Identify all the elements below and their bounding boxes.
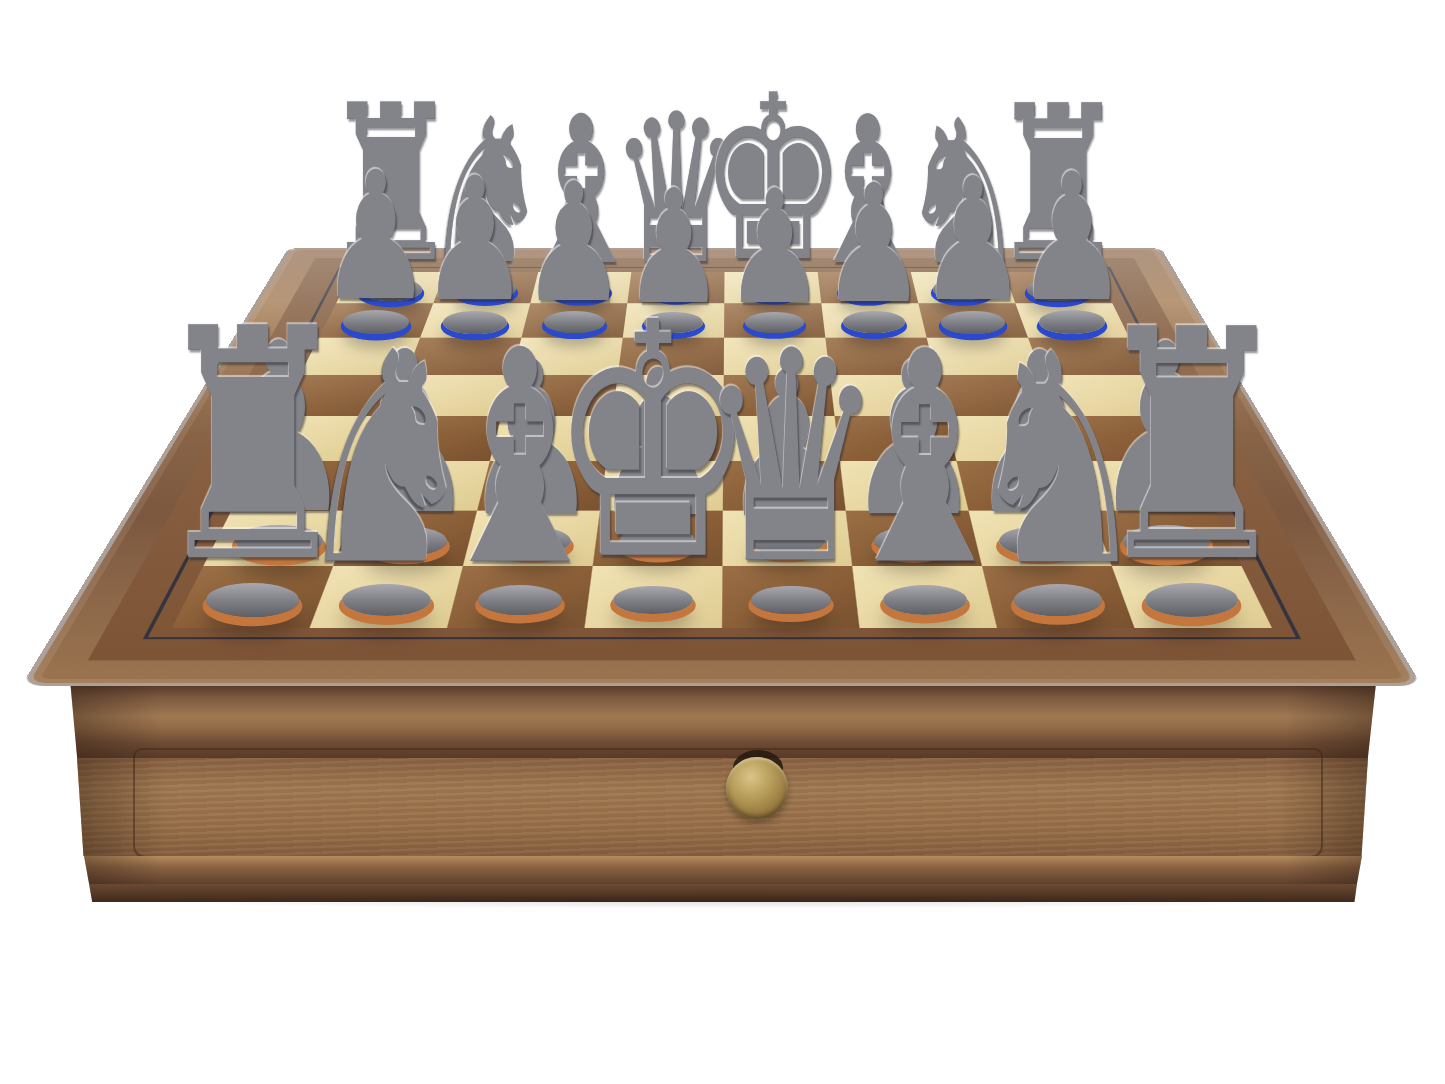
chess-set-photo: ♜♞♝♛♚♝♞♜♟♟♟♟♟♟♟♟♟♟♟♟♟♟♟♟♜♞♝♚♛♝♞♜ bbox=[0, 0, 1445, 1084]
piece-near-r-h1[interactable]: ♜ bbox=[1089, 289, 1294, 606]
pieces-layer: ♜♞♝♛♚♝♞♜♟♟♟♟♟♟♟♟♟♟♟♟♟♟♟♟♜♞♝♚♛♝♞♜ bbox=[0, 0, 1445, 1084]
